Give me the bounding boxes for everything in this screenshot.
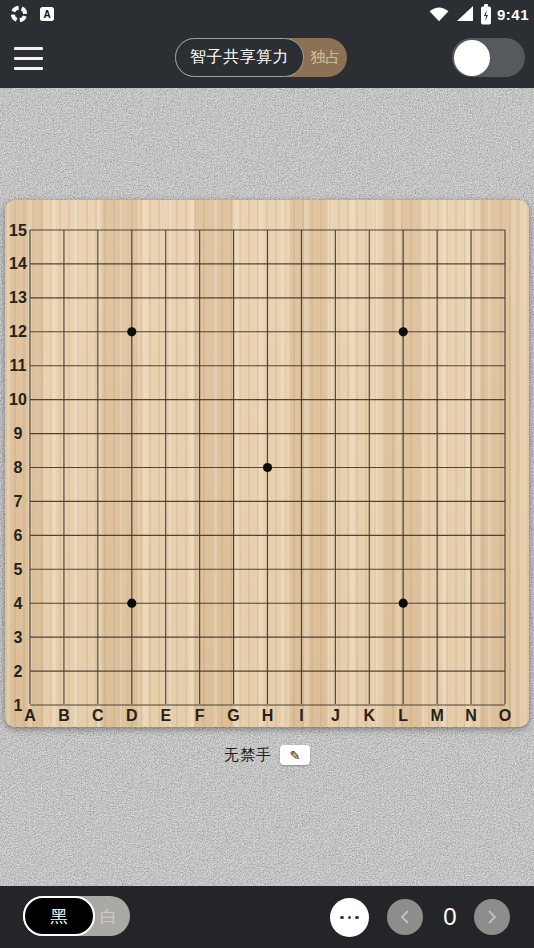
svg-text:5: 5 (14, 561, 23, 578)
svg-text:N: N (465, 707, 477, 724)
svg-text:1: 1 (14, 697, 23, 714)
svg-text:10: 10 (9, 391, 27, 408)
svg-text:2: 2 (14, 663, 23, 680)
side-color-toggle[interactable]: 白 黑 (23, 896, 130, 936)
app-screen: A 9:41 智子共享算力 独占 (0, 0, 534, 948)
cellular-icon (455, 5, 475, 23)
svg-text:3: 3 (14, 629, 23, 646)
svg-text:I: I (299, 707, 303, 724)
board-grid[interactable]: 151413121110987654321ABCDEFGHIJKLMNO (5, 200, 529, 727)
svg-text:O: O (499, 707, 511, 724)
side-option-white[interactable]: 白 (100, 896, 117, 936)
menu-button[interactable] (14, 47, 43, 70)
battery-charging-icon (480, 4, 492, 25)
svg-text:F: F (195, 707, 205, 724)
clock-time: 9:41 (497, 6, 529, 23)
status-left-icons: A (10, 5, 54, 23)
svg-text:E: E (160, 707, 171, 724)
mode-option-exclusive[interactable]: 独占 (304, 48, 347, 67)
side-option-black-selected[interactable]: 黑 (23, 896, 95, 936)
svg-text:K: K (364, 707, 376, 724)
redo-move-button[interactable] (474, 899, 510, 935)
edit-rule-button[interactable]: ✎ (280, 745, 310, 765)
move-counter: 0 (434, 899, 466, 935)
svg-text:9: 9 (14, 425, 23, 442)
rule-bar: 无禁手 ✎ (0, 741, 534, 769)
wifi-icon (428, 5, 450, 23)
rule-label: 无禁手 (224, 746, 272, 765)
status-bar: A 9:41 (0, 0, 534, 28)
svg-text:H: H (262, 707, 274, 724)
svg-text:C: C (92, 707, 104, 724)
chevron-right-icon (485, 909, 499, 925)
power-toggle-switch[interactable] (452, 38, 525, 77)
svg-text:13: 13 (9, 289, 27, 306)
ellipsis-icon (348, 916, 352, 920)
more-options-button[interactable] (330, 898, 369, 937)
svg-text:7: 7 (14, 493, 23, 510)
svg-text:11: 11 (10, 357, 27, 374)
svg-text:A: A (24, 707, 36, 724)
app-pinwheel-icon (10, 5, 28, 23)
svg-text:6: 6 (14, 527, 23, 544)
svg-text:8: 8 (14, 459, 23, 476)
ellipsis-icon (355, 916, 359, 920)
svg-text:B: B (58, 707, 70, 724)
chevron-left-icon (398, 909, 412, 925)
undo-move-button[interactable] (387, 899, 423, 935)
pencil-icon: ✎ (290, 748, 301, 763)
svg-text:4: 4 (14, 595, 23, 612)
svg-text:14: 14 (9, 255, 27, 272)
toggle-thumb (454, 40, 490, 76)
status-right-icons: 9:41 (428, 3, 529, 25)
top-bar: A 9:41 智子共享算力 独占 (0, 0, 534, 88)
svg-text:M: M (430, 707, 443, 724)
svg-text:L: L (398, 707, 408, 724)
svg-text:15: 15 (9, 222, 27, 239)
svg-text:12: 12 (9, 323, 27, 340)
gomoku-board[interactable]: 151413121110987654321ABCDEFGHIJKLMNO (5, 200, 529, 727)
svg-text:D: D (126, 707, 138, 724)
mode-option-shared[interactable]: 智子共享算力 (175, 38, 304, 77)
svg-text:J: J (331, 707, 340, 724)
svg-text:G: G (227, 707, 239, 724)
letter-a-badge-icon: A (40, 7, 54, 21)
compute-mode-switch: 智子共享算力 独占 (175, 38, 347, 77)
ellipsis-icon (340, 916, 344, 920)
